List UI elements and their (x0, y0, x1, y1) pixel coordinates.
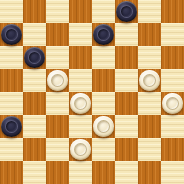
square-h2[interactable] (161, 138, 184, 161)
square-g7[interactable] (138, 23, 161, 46)
square-g5[interactable] (138, 69, 161, 92)
white-man-e3[interactable] (93, 116, 114, 137)
square-a1[interactable] (0, 161, 23, 184)
square-a8 (0, 0, 23, 23)
square-g8 (138, 0, 161, 23)
square-h3 (161, 115, 184, 138)
square-c2 (46, 138, 69, 161)
square-b3 (23, 115, 46, 138)
square-c8 (46, 0, 69, 23)
square-g6 (138, 46, 161, 69)
square-c6 (46, 46, 69, 69)
square-b1 (23, 161, 46, 184)
square-f2[interactable] (115, 138, 138, 161)
square-d8[interactable] (69, 0, 92, 23)
square-b2[interactable] (23, 138, 46, 161)
square-b8[interactable] (23, 0, 46, 23)
checkers-board (0, 0, 184, 184)
square-e7[interactable] (92, 23, 115, 46)
square-e6 (92, 46, 115, 69)
square-g3[interactable] (138, 115, 161, 138)
white-man-g5[interactable] (139, 70, 160, 91)
square-h4[interactable] (161, 92, 184, 115)
square-d7 (69, 23, 92, 46)
square-h6[interactable] (161, 46, 184, 69)
black-man-a7[interactable] (1, 24, 22, 45)
square-e4 (92, 92, 115, 115)
square-d3 (69, 115, 92, 138)
square-h7 (161, 23, 184, 46)
square-e2 (92, 138, 115, 161)
square-c3[interactable] (46, 115, 69, 138)
square-f6[interactable] (115, 46, 138, 69)
square-a2 (0, 138, 23, 161)
square-e1[interactable] (92, 161, 115, 184)
square-f8[interactable] (115, 0, 138, 23)
square-a4 (0, 92, 23, 115)
white-man-d2[interactable] (70, 139, 91, 160)
square-b6[interactable] (23, 46, 46, 69)
square-e3[interactable] (92, 115, 115, 138)
black-man-a3[interactable] (1, 116, 22, 137)
square-b5 (23, 69, 46, 92)
square-d2[interactable] (69, 138, 92, 161)
square-d5 (69, 69, 92, 92)
square-c4 (46, 92, 69, 115)
white-man-d4[interactable] (70, 93, 91, 114)
square-f7 (115, 23, 138, 46)
black-man-e7[interactable] (93, 24, 114, 45)
square-g4 (138, 92, 161, 115)
square-h5 (161, 69, 184, 92)
square-a3[interactable] (0, 115, 23, 138)
square-g1[interactable] (138, 161, 161, 184)
white-man-h4[interactable] (162, 93, 183, 114)
square-f4[interactable] (115, 92, 138, 115)
black-man-b6[interactable] (24, 47, 45, 68)
square-h8[interactable] (161, 0, 184, 23)
square-a6 (0, 46, 23, 69)
square-a7[interactable] (0, 23, 23, 46)
square-h1 (161, 161, 184, 184)
square-g2 (138, 138, 161, 161)
square-b7 (23, 23, 46, 46)
square-c7[interactable] (46, 23, 69, 46)
square-e8 (92, 0, 115, 23)
black-man-f8[interactable] (116, 1, 137, 22)
square-d1 (69, 161, 92, 184)
square-d6[interactable] (69, 46, 92, 69)
square-f5 (115, 69, 138, 92)
square-c1[interactable] (46, 161, 69, 184)
square-b4[interactable] (23, 92, 46, 115)
square-f3 (115, 115, 138, 138)
square-d4[interactable] (69, 92, 92, 115)
white-man-c5[interactable] (47, 70, 68, 91)
square-c5[interactable] (46, 69, 69, 92)
square-f1 (115, 161, 138, 184)
square-e5[interactable] (92, 69, 115, 92)
square-a5[interactable] (0, 69, 23, 92)
